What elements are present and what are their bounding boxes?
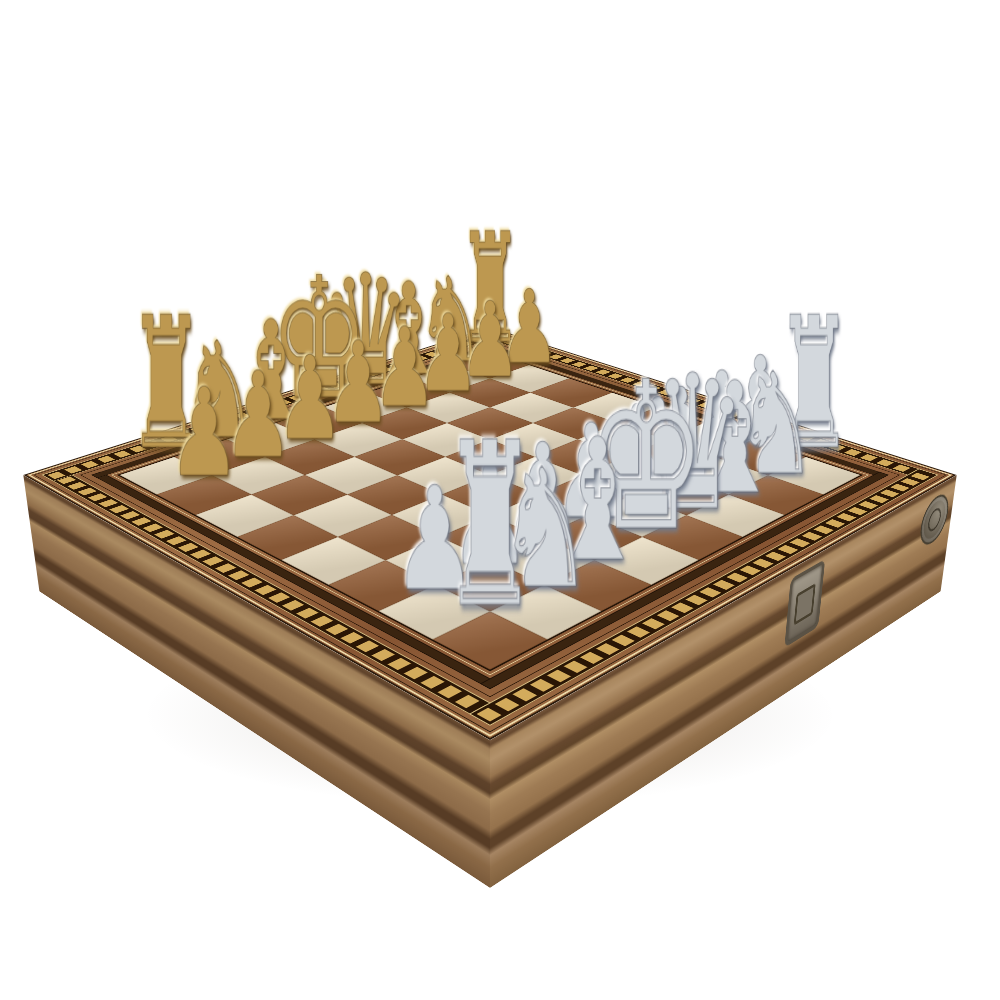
medallion-emblem-icon: [927, 505, 942, 534]
piece-gold-pawn[interactable]: ♟: [168, 372, 240, 494]
latch-tongue[interactable]: [794, 583, 816, 626]
piece-silver-rook[interactable]: ♜: [442, 413, 537, 639]
chess-set-product-photo: ♜♞♝♛♚♝♞♜♟♟♟♟♟♟♟♟♟♟♟♟♟♟♟♟♜♞♝♛♚♝♞♜: [0, 0, 1000, 1000]
box-latch[interactable]: [784, 559, 825, 648]
brand-medallion: [918, 488, 951, 551]
